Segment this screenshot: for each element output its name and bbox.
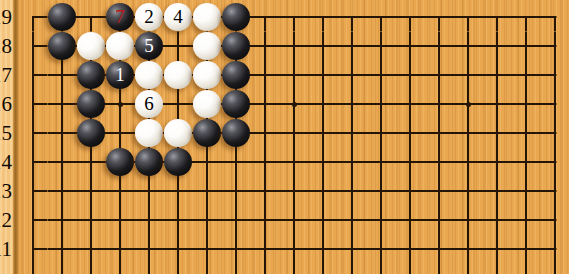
intersection-B18[interactable] xyxy=(48,32,77,61)
star-point xyxy=(118,102,123,107)
black-stone xyxy=(48,3,76,31)
intersection-L14[interactable] xyxy=(309,148,338,177)
intersection-L16[interactable] xyxy=(309,90,338,119)
intersection-N19[interactable] xyxy=(367,3,396,32)
black-stone xyxy=(222,32,250,60)
intersection-N16[interactable] xyxy=(367,90,396,119)
intersection-C14[interactable] xyxy=(77,148,106,177)
intersection-N10[interactable] xyxy=(367,264,396,274)
intersection-T17[interactable] xyxy=(541,61,569,90)
white-stone: 4 xyxy=(164,3,192,31)
intersection-L13[interactable] xyxy=(309,177,338,206)
intersection-N15[interactable] xyxy=(367,119,396,148)
intersection-Q12[interactable] xyxy=(454,206,483,235)
intersection-D10[interactable] xyxy=(106,264,135,274)
intersection-F12[interactable] xyxy=(164,206,193,235)
intersection-M14[interactable] xyxy=(338,148,367,177)
intersection-P18[interactable] xyxy=(425,32,454,61)
intersection-B13[interactable] xyxy=(48,177,77,206)
intersection-G18[interactable] xyxy=(193,32,222,61)
intersection-G12[interactable] xyxy=(193,206,222,235)
intersection-O13[interactable] xyxy=(396,177,425,206)
intersection-R10[interactable] xyxy=(483,264,512,274)
white-stone xyxy=(135,61,163,89)
intersection-B12[interactable] xyxy=(48,206,77,235)
intersection-D19[interactable]: 7 xyxy=(106,3,135,32)
intersection-R18[interactable] xyxy=(483,32,512,61)
black-stone xyxy=(222,3,250,31)
intersection-O10[interactable] xyxy=(396,264,425,274)
black-stone xyxy=(222,61,250,89)
move-number: 7 xyxy=(106,3,134,31)
intersection-H13[interactable] xyxy=(222,177,251,206)
intersection-C13[interactable] xyxy=(77,177,106,206)
intersection-K19[interactable] xyxy=(280,3,309,32)
intersection-O17[interactable] xyxy=(396,61,425,90)
intersection-H15[interactable] xyxy=(222,119,251,148)
intersection-E14[interactable] xyxy=(135,148,164,177)
white-stone: 6 xyxy=(135,90,163,118)
white-stone xyxy=(193,32,221,60)
intersection-G17[interactable] xyxy=(193,61,222,90)
white-stone xyxy=(164,119,192,147)
intersection-N17[interactable] xyxy=(367,61,396,90)
intersection-D17[interactable]: 1 xyxy=(106,61,135,90)
intersection-G10[interactable] xyxy=(193,264,222,274)
intersection-B10[interactable] xyxy=(48,264,77,274)
black-stone xyxy=(222,90,250,118)
intersection-O12[interactable] xyxy=(396,206,425,235)
row-label-19: 19 xyxy=(0,5,12,29)
row-label-18: 18 xyxy=(0,34,12,58)
row-label-12: 12 xyxy=(0,208,12,232)
intersection-E18[interactable]: 5 xyxy=(135,32,164,61)
intersection-S17[interactable] xyxy=(512,61,541,90)
intersection-J16[interactable] xyxy=(251,90,280,119)
intersection-R14[interactable] xyxy=(483,148,512,177)
black-stone xyxy=(193,119,221,147)
row-label-11: 11 xyxy=(0,237,12,261)
intersection-J18[interactable] xyxy=(251,32,280,61)
intersection-C12[interactable] xyxy=(77,206,106,235)
intersection-G19[interactable] xyxy=(193,3,222,32)
intersection-Q11[interactable] xyxy=(454,235,483,264)
intersection-Q15[interactable] xyxy=(454,119,483,148)
intersection-R15[interactable] xyxy=(483,119,512,148)
go-board: 724516 191817161514131211 xyxy=(0,0,569,274)
intersection-N18[interactable] xyxy=(367,32,396,61)
intersection-Q14[interactable] xyxy=(454,148,483,177)
intersection-S11[interactable] xyxy=(512,235,541,264)
go-grid: 724516 xyxy=(19,3,569,274)
intersection-H17[interactable] xyxy=(222,61,251,90)
intersection-K14[interactable] xyxy=(280,148,309,177)
intersection-T12[interactable] xyxy=(541,206,569,235)
move-number: 1 xyxy=(106,61,134,89)
intersection-D15[interactable] xyxy=(106,119,135,148)
black-stone xyxy=(106,148,134,176)
intersection-C17[interactable] xyxy=(77,61,106,90)
intersection-N12[interactable] xyxy=(367,206,396,235)
intersection-B15[interactable] xyxy=(48,119,77,148)
intersection-R11[interactable] xyxy=(483,235,512,264)
intersection-F11[interactable] xyxy=(164,235,193,264)
row-label-16: 16 xyxy=(0,92,12,116)
black-stone: 7 xyxy=(106,3,134,31)
intersection-A13[interactable] xyxy=(19,177,48,206)
intersection-L19[interactable] xyxy=(309,3,338,32)
intersection-K18[interactable] xyxy=(280,32,309,61)
intersection-O11[interactable] xyxy=(396,235,425,264)
intersection-R17[interactable] xyxy=(483,61,512,90)
intersection-E16[interactable]: 6 xyxy=(135,90,164,119)
intersection-G16[interactable] xyxy=(193,90,222,119)
white-stone xyxy=(106,32,134,60)
white-stone xyxy=(164,61,192,89)
intersection-R16[interactable] xyxy=(483,90,512,119)
intersection-B14[interactable] xyxy=(48,148,77,177)
intersection-Q19[interactable] xyxy=(454,3,483,32)
intersection-M12[interactable] xyxy=(338,206,367,235)
intersection-L17[interactable] xyxy=(309,61,338,90)
intersection-Q16[interactable] xyxy=(454,90,483,119)
black-stone xyxy=(135,148,163,176)
intersection-R19[interactable] xyxy=(483,3,512,32)
white-stone xyxy=(193,3,221,31)
intersection-S14[interactable] xyxy=(512,148,541,177)
black-stone: 1 xyxy=(106,61,134,89)
intersection-A10[interactable] xyxy=(19,264,48,274)
intersection-T16[interactable] xyxy=(541,90,569,119)
intersection-S12[interactable] xyxy=(512,206,541,235)
intersection-E13[interactable] xyxy=(135,177,164,206)
intersection-S15[interactable] xyxy=(512,119,541,148)
intersection-R13[interactable] xyxy=(483,177,512,206)
intersection-S13[interactable] xyxy=(512,177,541,206)
intersection-Q17[interactable] xyxy=(454,61,483,90)
black-stone xyxy=(222,119,250,147)
intersection-K15[interactable] xyxy=(280,119,309,148)
intersection-E19[interactable]: 2 xyxy=(135,3,164,32)
move-number: 2 xyxy=(135,3,163,31)
white-stone xyxy=(135,119,163,147)
board-edge-crease xyxy=(13,0,19,274)
intersection-J12[interactable] xyxy=(251,206,280,235)
intersection-O14[interactable] xyxy=(396,148,425,177)
intersection-G14[interactable] xyxy=(193,148,222,177)
intersection-M13[interactable] xyxy=(338,177,367,206)
intersection-P12[interactable] xyxy=(425,206,454,235)
row-label-14: 14 xyxy=(0,150,12,174)
white-stone xyxy=(193,61,221,89)
intersection-J17[interactable] xyxy=(251,61,280,90)
intersection-K13[interactable] xyxy=(280,177,309,206)
intersection-J10[interactable] xyxy=(251,264,280,274)
intersection-J15[interactable] xyxy=(251,119,280,148)
intersection-C15[interactable] xyxy=(77,119,106,148)
row-label-17: 17 xyxy=(0,63,12,87)
intersection-A19[interactable] xyxy=(19,3,48,32)
move-number: 5 xyxy=(135,32,163,60)
intersection-H11[interactable] xyxy=(222,235,251,264)
intersection-F16[interactable] xyxy=(164,90,193,119)
star-point xyxy=(292,102,297,107)
intersection-D13[interactable] xyxy=(106,177,135,206)
intersection-J11[interactable] xyxy=(251,235,280,264)
intersection-T10[interactable] xyxy=(541,264,569,274)
intersection-L10[interactable] xyxy=(309,264,338,274)
intersection-A15[interactable] xyxy=(19,119,48,148)
intersection-G13[interactable] xyxy=(193,177,222,206)
intersection-T14[interactable] xyxy=(541,148,569,177)
intersection-P10[interactable] xyxy=(425,264,454,274)
intersection-O15[interactable] xyxy=(396,119,425,148)
intersection-M15[interactable] xyxy=(338,119,367,148)
intersection-M17[interactable] xyxy=(338,61,367,90)
intersection-D12[interactable] xyxy=(106,206,135,235)
intersection-M19[interactable] xyxy=(338,3,367,32)
intersection-S18[interactable] xyxy=(512,32,541,61)
intersection-H18[interactable] xyxy=(222,32,251,61)
white-stone xyxy=(193,90,221,118)
intersection-H14[interactable] xyxy=(222,148,251,177)
row-label-15: 15 xyxy=(0,121,12,145)
intersection-E11[interactable] xyxy=(135,235,164,264)
intersection-L18[interactable] xyxy=(309,32,338,61)
intersection-E10[interactable] xyxy=(135,264,164,274)
intersection-T13[interactable] xyxy=(541,177,569,206)
intersection-C18[interactable] xyxy=(77,32,106,61)
intersection-Q18[interactable] xyxy=(454,32,483,61)
black-stone: 5 xyxy=(135,32,163,60)
intersection-M18[interactable] xyxy=(338,32,367,61)
intersection-F18[interactable] xyxy=(164,32,193,61)
intersection-P15[interactable] xyxy=(425,119,454,148)
intersection-O18[interactable] xyxy=(396,32,425,61)
intersection-F10[interactable] xyxy=(164,264,193,274)
intersection-C16[interactable] xyxy=(77,90,106,119)
intersection-J14[interactable] xyxy=(251,148,280,177)
intersection-K16[interactable] xyxy=(280,90,309,119)
intersection-E17[interactable] xyxy=(135,61,164,90)
intersection-K11[interactable] xyxy=(280,235,309,264)
intersection-F15[interactable] xyxy=(164,119,193,148)
intersection-S16[interactable] xyxy=(512,90,541,119)
intersection-C11[interactable] xyxy=(77,235,106,264)
intersection-D16[interactable] xyxy=(106,90,135,119)
intersection-K10[interactable] xyxy=(280,264,309,274)
intersection-C10[interactable] xyxy=(77,264,106,274)
intersection-N11[interactable] xyxy=(367,235,396,264)
intersection-H12[interactable] xyxy=(222,206,251,235)
intersection-F13[interactable] xyxy=(164,177,193,206)
intersection-B16[interactable] xyxy=(48,90,77,119)
move-number: 6 xyxy=(135,90,163,118)
white-stone xyxy=(77,32,105,60)
intersection-P16[interactable] xyxy=(425,90,454,119)
intersection-Q13[interactable] xyxy=(454,177,483,206)
intersection-T15[interactable] xyxy=(541,119,569,148)
black-stone xyxy=(48,32,76,60)
intersection-D14[interactable] xyxy=(106,148,135,177)
intersection-G15[interactable] xyxy=(193,119,222,148)
intersection-L15[interactable] xyxy=(309,119,338,148)
intersection-D18[interactable] xyxy=(106,32,135,61)
intersection-B19[interactable] xyxy=(48,3,77,32)
black-stone xyxy=(164,148,192,176)
intersection-N13[interactable] xyxy=(367,177,396,206)
intersection-R12[interactable] xyxy=(483,206,512,235)
row-label-13: 13 xyxy=(0,179,12,203)
intersection-A18[interactable] xyxy=(19,32,48,61)
intersection-M11[interactable] xyxy=(338,235,367,264)
intersection-O16[interactable] xyxy=(396,90,425,119)
intersection-J19[interactable] xyxy=(251,3,280,32)
intersection-K12[interactable] xyxy=(280,206,309,235)
intersection-K17[interactable] xyxy=(280,61,309,90)
move-number: 4 xyxy=(164,3,192,31)
intersection-M10[interactable] xyxy=(338,264,367,274)
intersection-M16[interactable] xyxy=(338,90,367,119)
intersection-P11[interactable] xyxy=(425,235,454,264)
intersection-F17[interactable] xyxy=(164,61,193,90)
intersection-L11[interactable] xyxy=(309,235,338,264)
intersection-H19[interactable] xyxy=(222,3,251,32)
intersection-S19[interactable] xyxy=(512,3,541,32)
intersection-T11[interactable] xyxy=(541,235,569,264)
black-stone xyxy=(77,61,105,89)
intersection-T18[interactable] xyxy=(541,32,569,61)
intersection-B11[interactable] xyxy=(48,235,77,264)
intersection-C19[interactable] xyxy=(77,3,106,32)
intersection-O19[interactable] xyxy=(396,3,425,32)
intersection-E15[interactable] xyxy=(135,119,164,148)
intersection-S10[interactable] xyxy=(512,264,541,274)
intersection-F14[interactable] xyxy=(164,148,193,177)
intersection-P17[interactable] xyxy=(425,61,454,90)
white-stone: 2 xyxy=(135,3,163,31)
intersection-B17[interactable] xyxy=(48,61,77,90)
intersection-P19[interactable] xyxy=(425,3,454,32)
black-stone xyxy=(77,119,105,147)
intersection-A16[interactable] xyxy=(19,90,48,119)
intersection-A12[interactable] xyxy=(19,206,48,235)
star-point xyxy=(466,102,471,107)
intersection-P13[interactable] xyxy=(425,177,454,206)
intersection-F19[interactable]: 4 xyxy=(164,3,193,32)
intersection-A14[interactable] xyxy=(19,148,48,177)
intersection-Q10[interactable] xyxy=(454,264,483,274)
intersection-P14[interactable] xyxy=(425,148,454,177)
intersection-N14[interactable] xyxy=(367,148,396,177)
intersection-A11[interactable] xyxy=(19,235,48,264)
intersection-E12[interactable] xyxy=(135,206,164,235)
intersection-A17[interactable] xyxy=(19,61,48,90)
intersection-H16[interactable] xyxy=(222,90,251,119)
intersection-L12[interactable] xyxy=(309,206,338,235)
intersection-J13[interactable] xyxy=(251,177,280,206)
intersection-G11[interactable] xyxy=(193,235,222,264)
intersection-T19[interactable] xyxy=(541,3,569,32)
intersection-H10[interactable] xyxy=(222,264,251,274)
intersection-D11[interactable] xyxy=(106,235,135,264)
black-stone xyxy=(77,90,105,118)
